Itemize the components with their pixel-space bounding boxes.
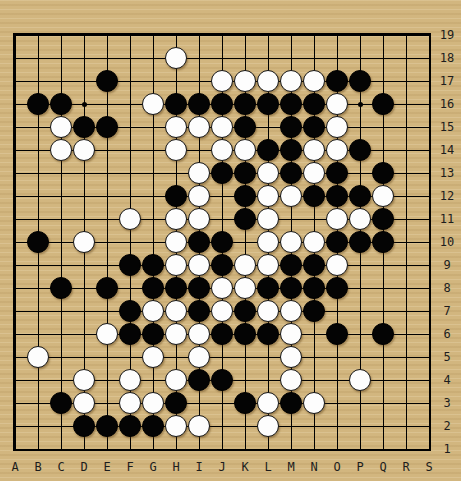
row-label: 19: [434, 28, 460, 42]
stone-black[interactable]: [280, 93, 302, 115]
stone-white[interactable]: [280, 185, 302, 207]
stone-black[interactable]: [234, 300, 256, 322]
row-label: 3: [434, 396, 460, 410]
stone-black[interactable]: [142, 277, 164, 299]
stone-white[interactable]: [142, 346, 164, 368]
stone-white[interactable]: [257, 162, 279, 184]
col-label: F: [120, 460, 140, 474]
stone-white[interactable]: [326, 139, 348, 161]
stone-white[interactable]: [50, 139, 72, 161]
stone-white[interactable]: [234, 254, 256, 276]
stone-white[interactable]: [188, 162, 210, 184]
stone-black[interactable]: [211, 323, 233, 345]
stone-white[interactable]: [280, 231, 302, 253]
stone-white[interactable]: [165, 369, 187, 391]
stone-black[interactable]: [349, 139, 371, 161]
stone-white[interactable]: [142, 93, 164, 115]
stone-white[interactable]: [73, 392, 95, 414]
stone-black[interactable]: [119, 415, 141, 437]
row-label: 11: [434, 212, 460, 226]
stone-white[interactable]: [257, 254, 279, 276]
stone-white[interactable]: [27, 346, 49, 368]
stone-black[interactable]: [326, 231, 348, 253]
stone-black[interactable]: [96, 415, 118, 437]
stone-black[interactable]: [234, 208, 256, 230]
col-label: A: [5, 460, 25, 474]
stone-black[interactable]: [96, 116, 118, 138]
stone-white[interactable]: [211, 139, 233, 161]
stone-black[interactable]: [326, 185, 348, 207]
stone-black[interactable]: [27, 231, 49, 253]
stone-black[interactable]: [188, 277, 210, 299]
col-label: S: [419, 460, 439, 474]
stone-black[interactable]: [211, 254, 233, 276]
stone-white[interactable]: [211, 277, 233, 299]
stone-black[interactable]: [211, 93, 233, 115]
stone-white[interactable]: [303, 162, 325, 184]
stone-black[interactable]: [257, 323, 279, 345]
row-label: 4: [434, 373, 460, 387]
stone-black[interactable]: [188, 231, 210, 253]
stone-black[interactable]: [119, 254, 141, 276]
row-label: 18: [434, 51, 460, 65]
stone-black[interactable]: [211, 369, 233, 391]
stone-white[interactable]: [303, 139, 325, 161]
stone-black[interactable]: [257, 139, 279, 161]
row-label: 5: [434, 350, 460, 364]
col-label: L: [258, 460, 278, 474]
stone-black[interactable]: [73, 116, 95, 138]
row-label: 15: [434, 120, 460, 134]
col-label: O: [327, 460, 347, 474]
row-label: 1: [434, 442, 460, 456]
stone-black[interactable]: [257, 277, 279, 299]
star-point: [82, 102, 87, 107]
stone-white[interactable]: [188, 415, 210, 437]
stone-white[interactable]: [165, 323, 187, 345]
stone-white[interactable]: [303, 231, 325, 253]
col-label: M: [281, 460, 301, 474]
stone-black[interactable]: [165, 277, 187, 299]
stone-white[interactable]: [73, 139, 95, 161]
row-label: 16: [434, 97, 460, 111]
col-label: P: [350, 460, 370, 474]
stone-black[interactable]: [303, 185, 325, 207]
stone-white[interactable]: [165, 47, 187, 69]
stone-white[interactable]: [303, 392, 325, 414]
stone-black[interactable]: [165, 93, 187, 115]
stone-black[interactable]: [165, 392, 187, 414]
stone-white[interactable]: [188, 208, 210, 230]
stone-white[interactable]: [188, 323, 210, 345]
stone-white[interactable]: [188, 254, 210, 276]
stone-white[interactable]: [165, 139, 187, 161]
stone-white[interactable]: [257, 185, 279, 207]
row-label: 12: [434, 189, 460, 203]
stone-black[interactable]: [280, 162, 302, 184]
stone-white[interactable]: [372, 185, 394, 207]
col-label: J: [212, 460, 232, 474]
stone-black[interactable]: [96, 277, 118, 299]
stone-black[interactable]: [372, 162, 394, 184]
stone-white[interactable]: [119, 392, 141, 414]
stone-black[interactable]: [303, 277, 325, 299]
stone-black[interactable]: [303, 93, 325, 115]
stone-black[interactable]: [326, 162, 348, 184]
stone-white[interactable]: [257, 300, 279, 322]
stone-white[interactable]: [165, 415, 187, 437]
stone-white[interactable]: [326, 208, 348, 230]
stone-black[interactable]: [211, 162, 233, 184]
stone-black[interactable]: [372, 323, 394, 345]
stone-white[interactable]: [326, 254, 348, 276]
stone-black[interactable]: [280, 277, 302, 299]
stone-white[interactable]: [280, 70, 302, 92]
stone-white[interactable]: [165, 116, 187, 138]
stone-white[interactable]: [211, 300, 233, 322]
col-label: N: [304, 460, 324, 474]
stone-white[interactable]: [303, 70, 325, 92]
stone-black[interactable]: [372, 231, 394, 253]
stone-white[interactable]: [211, 116, 233, 138]
stone-black[interactable]: [349, 231, 371, 253]
go-board: ABCDEFGHIJKLMNOPQRS 19181716151413121110…: [0, 0, 461, 481]
stone-white[interactable]: [326, 116, 348, 138]
stone-black[interactable]: [280, 139, 302, 161]
stone-black[interactable]: [234, 392, 256, 414]
stone-black[interactable]: [27, 93, 49, 115]
col-label: B: [28, 460, 48, 474]
stone-white[interactable]: [73, 369, 95, 391]
stone-white[interactable]: [96, 323, 118, 345]
col-label: D: [74, 460, 94, 474]
stone-white[interactable]: [280, 323, 302, 345]
stone-white[interactable]: [234, 70, 256, 92]
star-point: [358, 102, 363, 107]
stone-white[interactable]: [50, 116, 72, 138]
stone-black[interactable]: [234, 93, 256, 115]
stone-black[interactable]: [50, 277, 72, 299]
stone-black[interactable]: [73, 415, 95, 437]
stone-black[interactable]: [349, 70, 371, 92]
stone-white[interactable]: [188, 116, 210, 138]
stone-white[interactable]: [234, 277, 256, 299]
stone-white[interactable]: [257, 392, 279, 414]
stone-white[interactable]: [165, 254, 187, 276]
col-label: K: [235, 460, 255, 474]
stone-white[interactable]: [257, 415, 279, 437]
stone-white[interactable]: [349, 369, 371, 391]
stone-white[interactable]: [280, 369, 302, 391]
stone-white[interactable]: [142, 300, 164, 322]
stone-white[interactable]: [280, 300, 302, 322]
stone-black[interactable]: [50, 93, 72, 115]
stone-black[interactable]: [372, 208, 394, 230]
stone-white[interactable]: [188, 346, 210, 368]
stone-white[interactable]: [257, 208, 279, 230]
row-label: 10: [434, 235, 460, 249]
stone-black[interactable]: [234, 185, 256, 207]
stone-black[interactable]: [165, 185, 187, 207]
stone-black[interactable]: [119, 323, 141, 345]
col-label: G: [143, 460, 163, 474]
stone-black[interactable]: [280, 392, 302, 414]
row-label: 2: [434, 419, 460, 433]
stone-black[interactable]: [326, 277, 348, 299]
stone-black[interactable]: [119, 300, 141, 322]
stone-black[interactable]: [303, 116, 325, 138]
row-label: 7: [434, 304, 460, 318]
stone-black[interactable]: [326, 70, 348, 92]
stone-white[interactable]: [142, 392, 164, 414]
stone-black[interactable]: [372, 93, 394, 115]
stone-black[interactable]: [280, 254, 302, 276]
row-label: 8: [434, 281, 460, 295]
stone-white[interactable]: [349, 208, 371, 230]
stone-white[interactable]: [211, 70, 233, 92]
stone-black[interactable]: [211, 231, 233, 253]
stone-white[interactable]: [165, 300, 187, 322]
stone-black[interactable]: [257, 93, 279, 115]
stone-black[interactable]: [188, 300, 210, 322]
stone-black[interactable]: [96, 70, 118, 92]
row-label: 9: [434, 258, 460, 272]
stone-white[interactable]: [119, 208, 141, 230]
stone-black[interactable]: [326, 323, 348, 345]
stone-black[interactable]: [234, 162, 256, 184]
col-label: Q: [373, 460, 393, 474]
stone-black[interactable]: [142, 323, 164, 345]
stone-black[interactable]: [349, 185, 371, 207]
stone-black[interactable]: [234, 116, 256, 138]
stone-black[interactable]: [234, 323, 256, 345]
row-label: 6: [434, 327, 460, 341]
stone-white[interactable]: [257, 70, 279, 92]
stone-black[interactable]: [142, 415, 164, 437]
stone-black[interactable]: [303, 300, 325, 322]
row-label: 17: [434, 74, 460, 88]
col-label: H: [166, 460, 186, 474]
stone-white[interactable]: [280, 346, 302, 368]
stone-black[interactable]: [280, 116, 302, 138]
row-label: 13: [434, 166, 460, 180]
col-label: R: [396, 460, 416, 474]
stone-white[interactable]: [73, 231, 95, 253]
stone-black[interactable]: [142, 254, 164, 276]
stone-black[interactable]: [188, 369, 210, 391]
col-label: C: [51, 460, 71, 474]
stone-white[interactable]: [234, 139, 256, 161]
stone-white[interactable]: [326, 93, 348, 115]
stone-black[interactable]: [50, 392, 72, 414]
row-label: 14: [434, 143, 460, 157]
stone-black[interactable]: [188, 93, 210, 115]
stone-white[interactable]: [165, 208, 187, 230]
stone-white[interactable]: [257, 231, 279, 253]
stone-white[interactable]: [165, 231, 187, 253]
stone-white[interactable]: [188, 185, 210, 207]
stone-black[interactable]: [303, 254, 325, 276]
stone-white[interactable]: [119, 369, 141, 391]
col-label: I: [189, 460, 209, 474]
col-label: E: [97, 460, 117, 474]
